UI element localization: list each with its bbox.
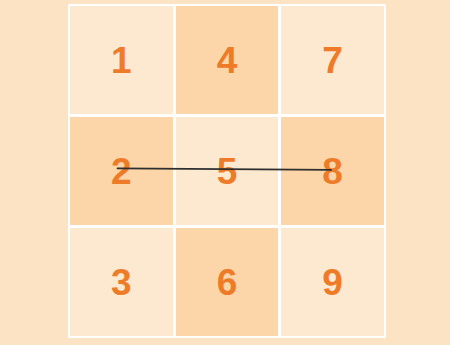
cell-number: 3 <box>111 264 132 301</box>
cell-3[interactable]: 3 <box>70 228 173 336</box>
cell-4[interactable]: 4 <box>176 6 279 114</box>
cell-5[interactable]: 5 <box>176 117 279 225</box>
cell-number: 9 <box>322 264 343 301</box>
cell-8[interactable]: 8 <box>281 117 384 225</box>
cell-number: 1 <box>111 42 132 79</box>
cell-number: 5 <box>217 153 238 190</box>
cell-6[interactable]: 6 <box>176 228 279 336</box>
cell-1[interactable]: 1 <box>70 6 173 114</box>
cell-9[interactable]: 9 <box>281 228 384 336</box>
cell-number: 2 <box>111 153 132 190</box>
cell-number: 7 <box>322 42 343 79</box>
cell-2[interactable]: 2 <box>70 117 173 225</box>
cell-number: 8 <box>322 153 343 190</box>
cell-7[interactable]: 7 <box>281 6 384 114</box>
puzzle-board: 1 4 7 2 5 8 3 6 9 <box>68 4 386 338</box>
cell-number: 6 <box>217 264 238 301</box>
cell-number: 4 <box>217 42 238 79</box>
